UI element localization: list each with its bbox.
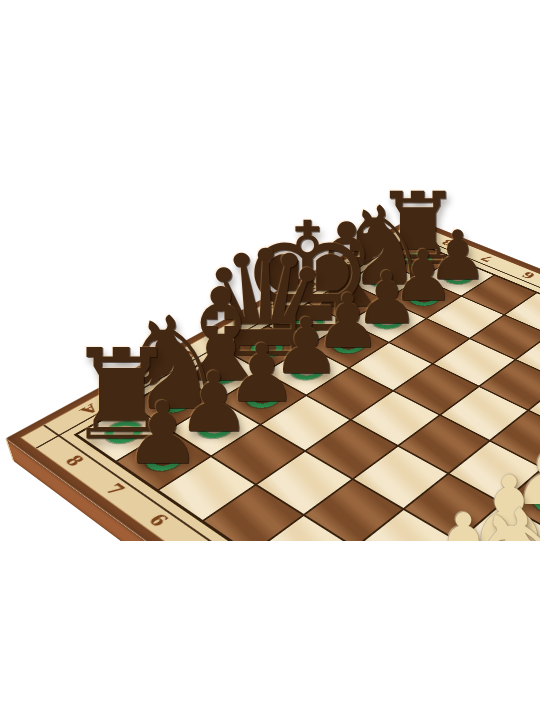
square-b5[interactable] <box>257 452 351 514</box>
chess-set-photo: AA88BB77CC66DD55EE44FF33GG22HH11 ♜♟♞♟♝♟♚… <box>0 0 540 720</box>
rank-label-left-6: 6 <box>144 510 173 530</box>
black-pawn-a7[interactable]: ♟ <box>124 390 201 476</box>
photo-crop-mask <box>0 541 540 720</box>
square-c5[interactable] <box>307 421 397 478</box>
